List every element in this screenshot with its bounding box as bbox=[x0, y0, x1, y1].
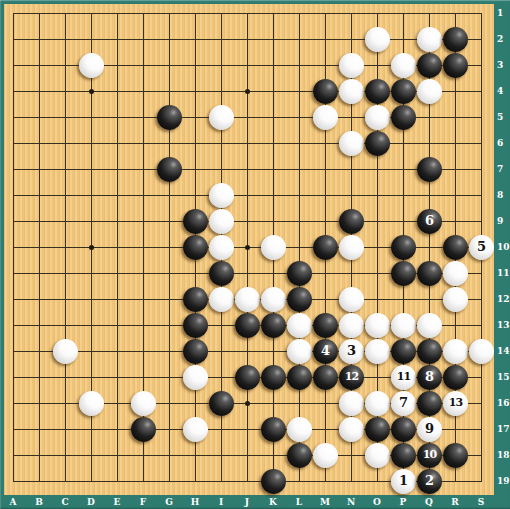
board-intersection[interactable] bbox=[208, 468, 234, 494]
board-intersection[interactable] bbox=[338, 0, 364, 26]
board-intersection[interactable] bbox=[468, 468, 494, 494]
board-intersection[interactable] bbox=[416, 26, 442, 52]
board-intersection[interactable] bbox=[416, 234, 442, 260]
board-intersection[interactable] bbox=[208, 156, 234, 182]
board-intersection[interactable] bbox=[468, 0, 494, 26]
board-intersection[interactable] bbox=[182, 208, 208, 234]
board-intersection[interactable] bbox=[182, 312, 208, 338]
board-intersection[interactable] bbox=[208, 0, 234, 26]
board-intersection[interactable] bbox=[338, 26, 364, 52]
board-intersection[interactable] bbox=[130, 338, 156, 364]
board-intersection[interactable] bbox=[390, 208, 416, 234]
board-intersection[interactable] bbox=[416, 312, 442, 338]
board-intersection[interactable] bbox=[286, 442, 312, 468]
board-intersection[interactable] bbox=[260, 468, 286, 494]
board-intersection[interactable] bbox=[286, 416, 312, 442]
board-intersection[interactable] bbox=[286, 312, 312, 338]
board-intersection[interactable] bbox=[338, 312, 364, 338]
board-intersection[interactable] bbox=[312, 234, 338, 260]
board-intersection[interactable] bbox=[104, 130, 130, 156]
board-intersection[interactable] bbox=[130, 390, 156, 416]
board-intersection[interactable] bbox=[52, 52, 78, 78]
board-intersection[interactable] bbox=[312, 286, 338, 312]
board-intersection[interactable] bbox=[26, 286, 52, 312]
board-intersection[interactable] bbox=[78, 390, 104, 416]
board-intersection[interactable]: 1 bbox=[390, 468, 416, 494]
board-intersection[interactable] bbox=[52, 364, 78, 390]
board-intersection[interactable] bbox=[182, 104, 208, 130]
board-intersection[interactable] bbox=[182, 78, 208, 104]
board-intersection[interactable] bbox=[156, 0, 182, 26]
board-intersection[interactable] bbox=[260, 208, 286, 234]
board-intersection[interactable] bbox=[156, 52, 182, 78]
board-intersection[interactable] bbox=[442, 338, 468, 364]
board-intersection[interactable] bbox=[442, 0, 468, 26]
board-intersection[interactable] bbox=[364, 208, 390, 234]
board-intersection[interactable] bbox=[182, 468, 208, 494]
board-intersection[interactable] bbox=[0, 182, 26, 208]
board-intersection[interactable] bbox=[78, 104, 104, 130]
board-intersection[interactable] bbox=[156, 390, 182, 416]
board-intersection[interactable] bbox=[26, 442, 52, 468]
board-intersection[interactable] bbox=[78, 442, 104, 468]
board-intersection[interactable] bbox=[104, 312, 130, 338]
board-intersection[interactable] bbox=[52, 416, 78, 442]
board-intersection[interactable] bbox=[442, 416, 468, 442]
board-intersection[interactable] bbox=[52, 442, 78, 468]
board-intersection[interactable] bbox=[156, 442, 182, 468]
board-intersection[interactable] bbox=[26, 468, 52, 494]
board-intersection[interactable]: 10 bbox=[416, 442, 442, 468]
board-intersection[interactable] bbox=[78, 312, 104, 338]
board-intersection[interactable] bbox=[286, 156, 312, 182]
board-intersection[interactable] bbox=[104, 208, 130, 234]
board-intersection[interactable] bbox=[442, 234, 468, 260]
board-intersection[interactable] bbox=[390, 234, 416, 260]
board-intersection[interactable] bbox=[182, 130, 208, 156]
board-intersection[interactable] bbox=[26, 338, 52, 364]
board-intersection[interactable] bbox=[52, 338, 78, 364]
board-intersection[interactable] bbox=[156, 156, 182, 182]
board-intersection[interactable] bbox=[416, 52, 442, 78]
board-intersection[interactable] bbox=[156, 26, 182, 52]
board-intersection[interactable] bbox=[26, 312, 52, 338]
board-intersection[interactable] bbox=[468, 442, 494, 468]
board-intersection[interactable] bbox=[208, 442, 234, 468]
board-intersection[interactable] bbox=[78, 156, 104, 182]
board-intersection[interactable] bbox=[416, 0, 442, 26]
board-intersection[interactable] bbox=[364, 52, 390, 78]
board-intersection[interactable] bbox=[260, 0, 286, 26]
board-intersection[interactable] bbox=[156, 208, 182, 234]
board-intersection[interactable] bbox=[26, 0, 52, 26]
board-intersection[interactable] bbox=[130, 442, 156, 468]
board-intersection[interactable] bbox=[104, 416, 130, 442]
board-intersection[interactable] bbox=[26, 156, 52, 182]
board-intersection[interactable] bbox=[182, 0, 208, 26]
board-intersection[interactable] bbox=[364, 26, 390, 52]
board-intersection[interactable] bbox=[234, 182, 260, 208]
board-intersection[interactable] bbox=[234, 390, 260, 416]
board-intersection[interactable] bbox=[390, 260, 416, 286]
board-intersection[interactable] bbox=[234, 234, 260, 260]
board-intersection[interactable] bbox=[364, 0, 390, 26]
board-intersection[interactable] bbox=[78, 338, 104, 364]
board-intersection[interactable] bbox=[26, 130, 52, 156]
board-intersection[interactable] bbox=[234, 416, 260, 442]
board-intersection[interactable] bbox=[208, 286, 234, 312]
board-intersection[interactable] bbox=[390, 286, 416, 312]
board-intersection[interactable] bbox=[416, 286, 442, 312]
board-intersection[interactable] bbox=[338, 416, 364, 442]
board-intersection[interactable] bbox=[78, 364, 104, 390]
board-intersection[interactable] bbox=[0, 0, 26, 26]
board-intersection[interactable] bbox=[312, 78, 338, 104]
board-intersection[interactable] bbox=[26, 364, 52, 390]
board-intersection[interactable] bbox=[130, 260, 156, 286]
board-intersection[interactable] bbox=[26, 390, 52, 416]
board-intersection[interactable] bbox=[416, 156, 442, 182]
board-intersection[interactable] bbox=[442, 286, 468, 312]
board-intersection[interactable] bbox=[468, 208, 494, 234]
board-intersection[interactable] bbox=[130, 0, 156, 26]
board-intersection[interactable] bbox=[0, 468, 26, 494]
board-intersection[interactable] bbox=[468, 312, 494, 338]
board-intersection[interactable] bbox=[0, 364, 26, 390]
board-intersection[interactable] bbox=[130, 364, 156, 390]
board-intersection[interactable] bbox=[286, 468, 312, 494]
board-intersection[interactable] bbox=[234, 208, 260, 234]
board-intersection[interactable] bbox=[208, 52, 234, 78]
board-intersection[interactable] bbox=[156, 286, 182, 312]
board-intersection[interactable] bbox=[260, 364, 286, 390]
board-intersection[interactable] bbox=[208, 364, 234, 390]
board-intersection[interactable] bbox=[0, 260, 26, 286]
board-intersection[interactable] bbox=[182, 156, 208, 182]
board-intersection[interactable] bbox=[390, 312, 416, 338]
board-intersection[interactable] bbox=[390, 442, 416, 468]
board-intersection[interactable] bbox=[416, 260, 442, 286]
board-intersection[interactable] bbox=[260, 312, 286, 338]
board-intersection[interactable] bbox=[104, 390, 130, 416]
board-intersection[interactable]: 12 bbox=[338, 364, 364, 390]
board-intersection[interactable] bbox=[442, 468, 468, 494]
board-intersection[interactable] bbox=[312, 156, 338, 182]
board-intersection[interactable] bbox=[442, 260, 468, 286]
board-intersection[interactable] bbox=[260, 78, 286, 104]
board-intersection[interactable] bbox=[312, 52, 338, 78]
board-intersection[interactable] bbox=[156, 104, 182, 130]
board-intersection[interactable] bbox=[468, 338, 494, 364]
board-intersection[interactable] bbox=[182, 234, 208, 260]
board-intersection[interactable] bbox=[312, 468, 338, 494]
board-intersection[interactable] bbox=[390, 156, 416, 182]
board-intersection[interactable] bbox=[338, 442, 364, 468]
board-intersection[interactable] bbox=[104, 52, 130, 78]
board-intersection[interactable] bbox=[364, 130, 390, 156]
board-intersection[interactable] bbox=[338, 286, 364, 312]
board-intersection[interactable] bbox=[130, 234, 156, 260]
board-intersection[interactable] bbox=[78, 130, 104, 156]
board-intersection[interactable] bbox=[182, 52, 208, 78]
board-intersection[interactable] bbox=[468, 156, 494, 182]
board-intersection[interactable] bbox=[208, 390, 234, 416]
board-intersection[interactable] bbox=[364, 338, 390, 364]
board-intersection[interactable] bbox=[130, 208, 156, 234]
board-intersection[interactable] bbox=[442, 364, 468, 390]
board-intersection[interactable] bbox=[156, 234, 182, 260]
board-intersection[interactable] bbox=[338, 52, 364, 78]
board-intersection[interactable] bbox=[182, 364, 208, 390]
board-intersection[interactable] bbox=[78, 52, 104, 78]
board-intersection[interactable] bbox=[364, 416, 390, 442]
board-intersection[interactable] bbox=[312, 0, 338, 26]
board-intersection[interactable] bbox=[286, 260, 312, 286]
board-intersection[interactable] bbox=[208, 416, 234, 442]
board-intersection[interactable] bbox=[338, 104, 364, 130]
board-intersection[interactable] bbox=[52, 390, 78, 416]
board-intersection[interactable] bbox=[130, 26, 156, 52]
board-intersection[interactable] bbox=[468, 78, 494, 104]
board-intersection[interactable]: 9 bbox=[416, 416, 442, 442]
board-intersection[interactable] bbox=[104, 468, 130, 494]
board-intersection[interactable] bbox=[0, 312, 26, 338]
board-intersection[interactable] bbox=[312, 260, 338, 286]
board-intersection[interactable] bbox=[182, 26, 208, 52]
board-intersection[interactable] bbox=[0, 156, 26, 182]
board-intersection[interactable] bbox=[0, 52, 26, 78]
board-intersection[interactable] bbox=[234, 286, 260, 312]
board-intersection[interactable] bbox=[208, 338, 234, 364]
board-intersection[interactable] bbox=[390, 130, 416, 156]
board-intersection[interactable]: 13 bbox=[442, 390, 468, 416]
board-intersection[interactable] bbox=[26, 26, 52, 52]
board-intersection[interactable] bbox=[130, 130, 156, 156]
board-intersection[interactable] bbox=[260, 338, 286, 364]
board-intersection[interactable] bbox=[364, 390, 390, 416]
board-intersection[interactable] bbox=[208, 312, 234, 338]
board-intersection[interactable] bbox=[130, 182, 156, 208]
board-intersection[interactable] bbox=[182, 338, 208, 364]
board-intersection[interactable] bbox=[468, 416, 494, 442]
board-intersection[interactable] bbox=[260, 260, 286, 286]
board-intersection[interactable] bbox=[312, 182, 338, 208]
board-intersection[interactable] bbox=[364, 234, 390, 260]
board-intersection[interactable] bbox=[260, 442, 286, 468]
board-intersection[interactable] bbox=[52, 468, 78, 494]
board-intersection[interactable] bbox=[442, 52, 468, 78]
board-intersection[interactable] bbox=[364, 260, 390, 286]
board-intersection[interactable] bbox=[130, 156, 156, 182]
board-intersection[interactable] bbox=[286, 364, 312, 390]
board-intersection[interactable] bbox=[208, 26, 234, 52]
board-intersection[interactable] bbox=[442, 208, 468, 234]
board-intersection[interactable] bbox=[364, 312, 390, 338]
board-intersection[interactable] bbox=[468, 286, 494, 312]
board-intersection[interactable] bbox=[52, 286, 78, 312]
board-intersection[interactable] bbox=[338, 390, 364, 416]
board-intersection[interactable] bbox=[312, 208, 338, 234]
board-intersection[interactable] bbox=[52, 26, 78, 52]
board-intersection[interactable] bbox=[104, 104, 130, 130]
board-intersection[interactable]: 4 bbox=[312, 338, 338, 364]
board-intersection[interactable] bbox=[78, 78, 104, 104]
board-intersection[interactable] bbox=[312, 104, 338, 130]
board-intersection[interactable] bbox=[390, 182, 416, 208]
board-intersection[interactable] bbox=[416, 182, 442, 208]
board-intersection[interactable] bbox=[312, 416, 338, 442]
board-intersection[interactable] bbox=[468, 104, 494, 130]
board-intersection[interactable] bbox=[364, 182, 390, 208]
board-intersection[interactable] bbox=[260, 156, 286, 182]
board-intersection[interactable] bbox=[234, 442, 260, 468]
board-intersection[interactable] bbox=[286, 286, 312, 312]
board-intersection[interactable] bbox=[52, 130, 78, 156]
board-intersection[interactable] bbox=[208, 78, 234, 104]
board-intersection[interactable] bbox=[390, 104, 416, 130]
board-intersection[interactable] bbox=[130, 52, 156, 78]
board-intersection[interactable] bbox=[104, 26, 130, 52]
board-intersection[interactable] bbox=[390, 26, 416, 52]
board-intersection[interactable] bbox=[52, 182, 78, 208]
board-intersection[interactable] bbox=[338, 182, 364, 208]
board-intersection[interactable] bbox=[390, 52, 416, 78]
board-intersection[interactable] bbox=[104, 234, 130, 260]
board-intersection[interactable] bbox=[104, 0, 130, 26]
board-intersection[interactable] bbox=[104, 338, 130, 364]
board-intersection[interactable] bbox=[156, 312, 182, 338]
board-intersection[interactable] bbox=[26, 78, 52, 104]
board-intersection[interactable] bbox=[0, 286, 26, 312]
board-intersection[interactable] bbox=[208, 130, 234, 156]
board-intersection[interactable] bbox=[338, 130, 364, 156]
board-intersection[interactable] bbox=[390, 0, 416, 26]
board-intersection[interactable] bbox=[182, 260, 208, 286]
board-intersection[interactable] bbox=[260, 182, 286, 208]
board-intersection[interactable] bbox=[182, 390, 208, 416]
board-intersection[interactable] bbox=[416, 130, 442, 156]
board-intersection[interactable] bbox=[234, 52, 260, 78]
board-intersection[interactable] bbox=[104, 260, 130, 286]
board-intersection[interactable] bbox=[182, 442, 208, 468]
board-intersection[interactable] bbox=[234, 26, 260, 52]
board-intersection[interactable] bbox=[78, 416, 104, 442]
board-intersection[interactable] bbox=[156, 260, 182, 286]
board-intersection[interactable] bbox=[26, 182, 52, 208]
board-intersection[interactable] bbox=[260, 234, 286, 260]
board-intersection[interactable] bbox=[390, 416, 416, 442]
board-intersection[interactable] bbox=[208, 208, 234, 234]
board-intersection[interactable] bbox=[286, 182, 312, 208]
board-intersection[interactable] bbox=[234, 0, 260, 26]
board-intersection[interactable] bbox=[52, 78, 78, 104]
board-intersection[interactable] bbox=[26, 416, 52, 442]
board-intersection[interactable] bbox=[468, 364, 494, 390]
board-intersection[interactable] bbox=[468, 390, 494, 416]
board-intersection[interactable] bbox=[52, 208, 78, 234]
board-intersection[interactable] bbox=[286, 390, 312, 416]
board-intersection[interactable] bbox=[234, 104, 260, 130]
board-intersection[interactable] bbox=[104, 78, 130, 104]
board-intersection[interactable] bbox=[286, 234, 312, 260]
board-intersection[interactable]: 7 bbox=[390, 390, 416, 416]
board-intersection[interactable]: 11 bbox=[390, 364, 416, 390]
board-intersection[interactable] bbox=[78, 234, 104, 260]
board-intersection[interactable] bbox=[260, 416, 286, 442]
board-intersection[interactable] bbox=[130, 78, 156, 104]
board-intersection[interactable] bbox=[442, 156, 468, 182]
board-intersection[interactable] bbox=[286, 78, 312, 104]
board-intersection[interactable] bbox=[156, 468, 182, 494]
board-intersection[interactable] bbox=[468, 130, 494, 156]
board-intersection[interactable] bbox=[182, 182, 208, 208]
board-intersection[interactable] bbox=[312, 312, 338, 338]
board-intersection[interactable] bbox=[52, 0, 78, 26]
board-intersection[interactable] bbox=[208, 234, 234, 260]
board-intersection[interactable] bbox=[156, 78, 182, 104]
board-intersection[interactable] bbox=[364, 442, 390, 468]
board-intersection[interactable]: 2 bbox=[416, 468, 442, 494]
board-intersection[interactable] bbox=[416, 78, 442, 104]
board-intersection[interactable] bbox=[364, 364, 390, 390]
board-intersection[interactable] bbox=[442, 182, 468, 208]
board-intersection[interactable] bbox=[234, 130, 260, 156]
board-intersection[interactable] bbox=[0, 442, 26, 468]
board-intersection[interactable] bbox=[416, 104, 442, 130]
board-intersection[interactable] bbox=[234, 312, 260, 338]
board-intersection[interactable] bbox=[260, 52, 286, 78]
board-intersection[interactable] bbox=[0, 338, 26, 364]
board-intersection[interactable] bbox=[78, 208, 104, 234]
board-intersection[interactable] bbox=[26, 104, 52, 130]
board-intersection[interactable] bbox=[104, 442, 130, 468]
board-intersection[interactable] bbox=[312, 26, 338, 52]
board-intersection[interactable] bbox=[260, 130, 286, 156]
board-intersection[interactable] bbox=[52, 104, 78, 130]
board-intersection[interactable] bbox=[442, 104, 468, 130]
board-intersection[interactable] bbox=[312, 390, 338, 416]
board-intersection[interactable] bbox=[364, 156, 390, 182]
board-intersection[interactable] bbox=[364, 286, 390, 312]
board-intersection[interactable] bbox=[130, 104, 156, 130]
board-intersection[interactable] bbox=[130, 286, 156, 312]
board-intersection[interactable] bbox=[78, 182, 104, 208]
board-intersection[interactable] bbox=[0, 390, 26, 416]
board-intersection[interactable] bbox=[104, 156, 130, 182]
board-intersection[interactable] bbox=[156, 364, 182, 390]
board-intersection[interactable] bbox=[234, 364, 260, 390]
board-intersection[interactable] bbox=[416, 390, 442, 416]
board-intersection[interactable] bbox=[208, 104, 234, 130]
board-intersection[interactable] bbox=[286, 52, 312, 78]
board-intersection[interactable] bbox=[338, 468, 364, 494]
board-intersection[interactable] bbox=[26, 208, 52, 234]
board-intersection[interactable] bbox=[338, 156, 364, 182]
board-intersection[interactable] bbox=[156, 416, 182, 442]
board-intersection[interactable] bbox=[156, 338, 182, 364]
board-intersection[interactable] bbox=[312, 364, 338, 390]
board-intersection[interactable] bbox=[260, 104, 286, 130]
board-intersection[interactable] bbox=[338, 234, 364, 260]
board-intersection[interactable] bbox=[260, 286, 286, 312]
board-intersection[interactable] bbox=[26, 234, 52, 260]
board-intersection[interactable] bbox=[52, 312, 78, 338]
board-intersection[interactable]: 3 bbox=[338, 338, 364, 364]
board-intersection[interactable] bbox=[312, 442, 338, 468]
board-intersection[interactable] bbox=[364, 78, 390, 104]
board-intersection[interactable] bbox=[286, 26, 312, 52]
board-intersection[interactable] bbox=[0, 26, 26, 52]
